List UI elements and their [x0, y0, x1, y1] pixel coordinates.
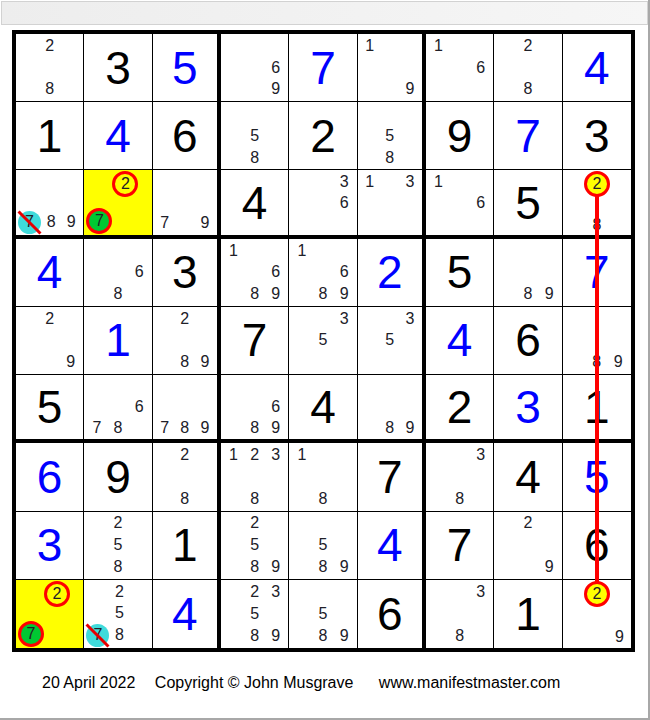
candidate-slot-8: 8: [312, 283, 333, 305]
cell-r7c8[interactable]: 4: [494, 443, 562, 511]
candidate-slot-7: 7: [86, 208, 112, 234]
candidate-slot-5: 5: [312, 603, 333, 625]
candidate-grid: 678: [86, 376, 149, 438]
candidate-slot-4: [86, 534, 107, 556]
candidate-slot-1: [86, 171, 112, 197]
cell-r9c7[interactable]: 38: [426, 580, 494, 648]
cell-r8c7[interactable]: 7: [426, 512, 494, 580]
cell-r8c3[interactable]: 1: [153, 512, 221, 580]
cell-r6c7[interactable]: 2: [426, 375, 494, 443]
cell-r3c8[interactable]: 5: [494, 170, 562, 238]
cell-r1c5[interactable]: 7: [289, 34, 357, 102]
candidate-slot-8: [44, 621, 70, 647]
candidate-slot-7: [223, 556, 244, 578]
digit-solved: 4: [37, 249, 63, 295]
candidate-2: 2: [250, 515, 259, 531]
cell-r1c1[interactable]: 28: [16, 34, 84, 102]
candidate-slot-9: [334, 488, 355, 510]
candidate-grid: 289: [155, 308, 215, 373]
candidate-slot-4: [291, 330, 312, 352]
candidate-slot-5: 5: [312, 330, 333, 352]
candidate-slot-6: 6: [470, 192, 491, 213]
candidate-slot-1: [496, 513, 517, 535]
candidate-slot-1: [223, 581, 244, 603]
candidate-6: 6: [271, 60, 280, 76]
candidate-slot-5: [449, 57, 470, 79]
cell-r8c6[interactable]: 4: [358, 512, 426, 580]
cell-r2c6[interactable]: 58: [358, 102, 426, 170]
candidate-slot-1: [496, 240, 517, 262]
cell-r3c6[interactable]: 13: [358, 170, 426, 238]
candidate-slot-9: 9: [61, 211, 81, 234]
candidate-slot-4: [360, 57, 380, 79]
cell-r1c4[interactable]: 69: [221, 34, 289, 102]
candidate-slot-1: [86, 240, 107, 262]
candidate-slot-4: [291, 466, 312, 488]
cell-r9c3[interactable]: 4: [153, 580, 221, 648]
candidate-slot-6: [334, 330, 355, 352]
candidate-slot-3: [400, 103, 420, 125]
candidate-slot-2: [244, 240, 265, 262]
candidate-7: 7: [92, 420, 101, 436]
cell-r5c2[interactable]: 1: [84, 307, 152, 375]
cell-r7c7[interactable]: 38: [426, 443, 494, 511]
cell-r8c5[interactable]: 589: [289, 512, 357, 580]
digit-given: 7: [242, 317, 268, 363]
digit-given: 4: [310, 384, 336, 430]
candidate-slot-5: [107, 397, 128, 418]
cell-r1c6[interactable]: 19: [358, 34, 426, 102]
candidate-grid: 28: [18, 35, 81, 100]
cell-r2c4[interactable]: 58: [221, 102, 289, 170]
candidate-9: 9: [271, 81, 280, 97]
candidate-slot-4: [360, 192, 380, 213]
digit-given: 4: [242, 180, 268, 226]
cell-r5c8[interactable]: 6: [494, 307, 562, 375]
candidate-slot-7: 7: [86, 418, 107, 439]
candidate-7-ring-green: 7: [18, 621, 44, 647]
cell-r5c6[interactable]: 35: [358, 307, 426, 375]
candidate-slot-9: [129, 556, 150, 578]
cell-r9c8[interactable]: 1: [494, 580, 562, 648]
cell-r7c5[interactable]: 18: [289, 443, 357, 511]
cell-r6c4[interactable]: 689: [221, 375, 289, 443]
candidate-slot-3: [129, 581, 149, 603]
cell-r4c6[interactable]: 2: [358, 239, 426, 307]
cell-r2c3[interactable]: 6: [153, 102, 221, 170]
candidate-slot-8: [449, 213, 470, 234]
candidate-slot-8: 8: [449, 488, 470, 510]
cell-r1c2[interactable]: 3: [84, 34, 152, 102]
candidate-slot-7: [291, 351, 312, 373]
candidate-slot-3: [129, 240, 150, 262]
digit-solved: 3: [515, 384, 541, 430]
candidate-slot-9: 9: [265, 556, 286, 578]
digit-solved: 7: [515, 113, 541, 159]
candidate-slot-5: 5: [109, 602, 129, 624]
candidate-slot-6: [470, 466, 491, 488]
candidate-slot-1: [428, 581, 449, 603]
candidate-slot-7: 7: [18, 211, 41, 234]
candidate-slot-2: [244, 103, 265, 125]
candidate-slot-8: [380, 213, 400, 234]
candidate-slot-7: [496, 283, 517, 305]
candidate-slot-4: [223, 534, 244, 556]
candidate-slot-5: [312, 261, 333, 283]
candidate-slot-3: [334, 444, 355, 466]
candidate-slot-3: 3: [400, 171, 420, 192]
digit-solved: 4: [172, 591, 198, 637]
cell-r7c6[interactable]: 7: [358, 443, 426, 511]
candidate-slot-5: [244, 466, 265, 488]
candidate-slot-7: [496, 556, 517, 578]
candidate-8: 8: [319, 628, 328, 644]
candidate-5: 5: [114, 537, 123, 553]
candidate-6: 6: [476, 195, 485, 211]
candidate-slot-5: 5: [380, 125, 400, 147]
candidate-slot-2: 2: [244, 513, 265, 535]
candidate-slot-2: [449, 171, 470, 192]
candidate-8: 8: [385, 150, 394, 166]
candidate-9: 9: [340, 286, 349, 302]
candidate-slot-7: [496, 78, 517, 100]
candidate-slot-4: [223, 397, 244, 418]
candidate-slot-2: [312, 171, 333, 192]
candidate-slot-3: [195, 308, 215, 330]
candidate-slot-5: [41, 191, 61, 211]
candidate-slot-4: [428, 57, 449, 79]
candidate-slot-2: [380, 35, 400, 57]
window-top-bar: [1, 1, 648, 25]
candidate-6: 6: [271, 399, 280, 415]
candidate-slot-7: [428, 625, 449, 647]
candidate-slot-1: [565, 581, 584, 607]
candidate-slot-1: [360, 376, 380, 397]
candidate-7-ring-green: 7: [86, 208, 112, 234]
candidate-9: 9: [271, 420, 280, 436]
candidate-slot-9: [400, 351, 420, 373]
candidate-slot-8: [112, 208, 138, 234]
cell-r2c9[interactable]: 3: [563, 102, 631, 170]
cell-r9c5[interactable]: 589: [289, 580, 357, 648]
candidate-slot-7: [428, 213, 449, 234]
cell-r4c5[interactable]: 1689: [289, 239, 357, 307]
cell-r6c8[interactable]: 3: [494, 375, 562, 443]
candidate-slot-2: [312, 240, 333, 262]
candidate-slot-2: [380, 308, 400, 330]
candidate-slot-6: [195, 397, 215, 418]
candidate-grid: 1689: [291, 240, 354, 305]
candidate-slot-3: [265, 376, 286, 397]
candidate-slot-7: [360, 78, 380, 100]
candidate-slot-6: [334, 466, 355, 488]
cell-r6c1[interactable]: 5: [16, 375, 84, 443]
footer-url: www.manifestmaster.com: [379, 674, 560, 691]
cell-r4c4[interactable]: 1689: [221, 239, 289, 307]
cell-r4c1[interactable]: 4: [16, 239, 84, 307]
candidate-2: 2: [524, 38, 533, 54]
digit-given: 3: [584, 113, 610, 159]
cell-r5c5[interactable]: 35: [289, 307, 357, 375]
cell-r7c2[interactable]: 9: [84, 443, 152, 511]
digit-solved: 2: [377, 249, 403, 295]
cell-r2c8[interactable]: 7: [494, 102, 562, 170]
candidate-slot-1: 1: [291, 240, 312, 262]
candidate-slot-6: [470, 603, 491, 625]
candidate-slot-7: [223, 625, 244, 647]
candidate-slot-5: 5: [107, 534, 128, 556]
cell-r7c4[interactable]: 1238: [221, 443, 289, 511]
cell-r8c1[interactable]: 3: [16, 512, 84, 580]
candidate-slot-8: 8: [244, 556, 265, 578]
cell-r3c7[interactable]: 16: [426, 170, 494, 238]
cell-r9c2[interactable]: 2578: [84, 580, 152, 648]
cell-r9c9[interactable]: 29: [563, 580, 631, 648]
candidate-2-ring: 2: [44, 581, 70, 607]
cell-r1c9[interactable]: 4: [563, 34, 631, 102]
candidate-grid: 29: [18, 308, 81, 373]
candidate-grid: 35: [360, 308, 420, 373]
candidate-6: 6: [476, 60, 485, 76]
candidate-slot-5: [449, 466, 470, 488]
candidate-9: 9: [340, 628, 349, 644]
cell-r5c3[interactable]: 289: [153, 307, 221, 375]
cell-r8c2[interactable]: 258: [84, 512, 152, 580]
candidate-slot-9: 9: [265, 283, 286, 305]
cell-r3c1[interactable]: 789: [16, 170, 84, 238]
cell-r4c8[interactable]: 89: [494, 239, 562, 307]
digit-given: 9: [105, 454, 131, 500]
candidate-slot-4: [496, 534, 517, 556]
candidate-slot-3: [265, 35, 286, 57]
candidate-slot-2: 2: [39, 308, 60, 330]
candidate-slot-6: 6: [265, 261, 286, 283]
candidate-slot-4: [565, 607, 584, 627]
candidate-9: 9: [271, 559, 280, 575]
candidate-slot-8: [584, 627, 610, 647]
candidate-slot-9: [334, 213, 355, 234]
candidate-slot-2: [175, 376, 195, 397]
cell-r3c4[interactable]: 4: [221, 170, 289, 238]
candidate-slot-9: [129, 624, 149, 647]
candidate-slot-2: 2: [517, 35, 538, 57]
candidate-grid: 1238: [223, 444, 286, 509]
digit-given: 5: [447, 249, 473, 295]
cell-r1c7[interactable]: 16: [426, 34, 494, 102]
cell-r3c2[interactable]: 27: [84, 170, 152, 238]
candidate-slot-1: [565, 171, 584, 197]
candidate-grid: 58: [360, 103, 420, 168]
candidate-2-ring: 2: [584, 171, 610, 197]
cell-r5c4[interactable]: 7: [221, 307, 289, 375]
cell-r7c3[interactable]: 28: [153, 443, 221, 511]
candidate-slot-5: 5: [380, 330, 400, 352]
cell-r6c5[interactable]: 4: [289, 375, 357, 443]
candidate-slot-5: [175, 330, 195, 352]
candidate-slot-1: [18, 171, 41, 191]
candidate-slot-9: 9: [265, 78, 286, 100]
cell-r2c5[interactable]: 2: [289, 102, 357, 170]
candidate-slot-7: [223, 147, 244, 169]
candidate-slot-2: 2: [517, 513, 538, 535]
candidate-slot-6: [60, 57, 81, 79]
candidate-slot-9: [138, 208, 149, 234]
candidate-slot-9: 9: [195, 418, 215, 439]
candidate-slot-8: 8: [175, 418, 195, 439]
candidate-1: 1: [229, 447, 238, 463]
cell-r2c1[interactable]: 1: [16, 102, 84, 170]
candidate-2: 2: [45, 311, 54, 327]
cell-r6c6[interactable]: 89: [358, 375, 426, 443]
digit-solved: 4: [377, 522, 403, 568]
candidate-slot-2: [244, 35, 265, 57]
candidate-slot-3: [195, 171, 215, 192]
candidate-8: 8: [180, 354, 189, 370]
candidate-grid: 589: [291, 581, 354, 647]
candidate-slot-5: [175, 466, 195, 488]
candidate-slot-6: 6: [334, 261, 355, 283]
candidate-slot-7: [428, 78, 449, 100]
candidate-slot-7: [360, 213, 380, 234]
candidate-9: 9: [615, 629, 624, 645]
candidate-slot-6: 6: [265, 57, 286, 79]
sudoku-board: 2835697191628414658258973789277943613165…: [12, 30, 635, 652]
cell-r4c7[interactable]: 5: [426, 239, 494, 307]
candidate-grid: 69: [223, 35, 286, 100]
candidate-grid: 38: [428, 444, 491, 509]
candidate-slot-5: [380, 57, 400, 79]
candidate-slot-1: 1: [360, 171, 380, 192]
candidate-slot-7: [155, 488, 175, 510]
cell-r2c2[interactable]: 4: [84, 102, 152, 170]
candidate-slot-5: [312, 466, 333, 488]
candidate-slot-9: [195, 488, 215, 510]
digit-solved: 1: [105, 317, 131, 363]
candidate-slot-6: [400, 330, 420, 352]
candidate-slot-9: [265, 488, 286, 510]
candidate-grid: 2589: [223, 513, 286, 578]
cell-r9c4[interactable]: 23589: [221, 580, 289, 648]
candidate-slot-3: [334, 581, 355, 603]
digit-given: 1: [515, 591, 541, 637]
candidate-slot-3: [265, 103, 286, 125]
candidate-grid: 28: [155, 444, 215, 509]
candidate-slot-5: [39, 57, 60, 79]
candidate-slot-5: [244, 397, 265, 418]
candidate-slot-8: 8: [244, 283, 265, 305]
cell-r4c3[interactable]: 3: [153, 239, 221, 307]
candidate-slot-4: [291, 603, 312, 625]
candidate-slot-2: [380, 103, 400, 125]
candidate-slot-6: [265, 603, 286, 625]
candidate-slot-4: [155, 330, 175, 352]
candidate-slot-6: [195, 466, 215, 488]
candidate-slot-4: [291, 534, 312, 556]
candidate-9: 9: [405, 81, 414, 97]
cell-r3c5[interactable]: 36: [289, 170, 357, 238]
candidate-slot-2: 2: [584, 171, 610, 197]
candidate-slot-3: [470, 171, 491, 192]
candidate-7: 7: [160, 420, 169, 436]
candidate-slot-8: 8: [380, 418, 400, 439]
candidate-slot-4: [223, 125, 244, 147]
candidate-slot-9: [129, 418, 150, 439]
candidate-slot-9: [539, 78, 560, 100]
candidate-slot-2: [517, 240, 538, 262]
candidate-slot-9: 9: [265, 625, 286, 647]
cell-r5c7[interactable]: 4: [426, 307, 494, 375]
candidate-slot-4: [18, 330, 39, 352]
candidate-slot-7: [291, 625, 312, 647]
candidate-slot-4: [155, 466, 175, 488]
candidate-slot-6: [610, 607, 629, 627]
candidate-slot-4: [18, 607, 44, 621]
cell-r3c3[interactable]: 79: [153, 170, 221, 238]
candidate-8: 8: [319, 559, 328, 575]
cell-r8c4[interactable]: 2589: [221, 512, 289, 580]
candidate-grid: 258: [86, 513, 149, 578]
candidate-slot-1: [223, 513, 244, 535]
candidate-slot-8: [312, 351, 333, 373]
candidate-slot-6: [265, 534, 286, 556]
candidate-slot-6: [195, 192, 215, 213]
candidate-9: 9: [271, 286, 280, 302]
cell-r4c2[interactable]: 68: [84, 239, 152, 307]
candidate-slot-9: [400, 213, 420, 234]
candidate-grid: 689: [223, 376, 286, 438]
candidate-slot-7: [223, 78, 244, 100]
candidate-slot-1: [565, 308, 586, 330]
cell-r2c7[interactable]: 9: [426, 102, 494, 170]
candidate-slot-9: [470, 78, 491, 100]
cell-r9c6[interactable]: 6: [358, 580, 426, 648]
cell-r1c8[interactable]: 28: [494, 34, 562, 102]
candidate-slot-3: [265, 240, 286, 262]
candidate-slot-8: 8: [41, 211, 61, 234]
candidate-slot-1: [155, 444, 175, 466]
candidate-slot-4: [291, 192, 312, 213]
candidate-slot-4: [223, 261, 244, 283]
digit-given: 5: [37, 384, 63, 430]
candidate-slot-4: [428, 466, 449, 488]
candidate-slot-5: [175, 397, 195, 418]
cell-r8c8[interactable]: 29: [494, 512, 562, 580]
candidate-grid: 58: [223, 103, 286, 168]
candidate-slot-2: [380, 171, 400, 192]
candidate-grid: 68: [86, 240, 149, 305]
candidate-slot-7: [291, 283, 312, 305]
candidate-2: 2: [250, 584, 259, 600]
candidate-slot-1: [223, 35, 244, 57]
cell-r1c3[interactable]: 5: [153, 34, 221, 102]
candidate-slot-2: [312, 581, 333, 603]
candidate-8: 8: [250, 559, 259, 575]
candidate-slot-7: [360, 418, 380, 439]
candidate-slot-2: 2: [175, 308, 195, 330]
cell-r7c1[interactable]: 6: [16, 443, 84, 511]
cell-r6c2[interactable]: 678: [84, 375, 152, 443]
candidate-slot-7: [223, 283, 244, 305]
cell-r6c3[interactable]: 789: [153, 375, 221, 443]
candidate-slot-5: [244, 261, 265, 283]
candidate-slot-1: 1: [428, 171, 449, 192]
cell-r9c1[interactable]: 27: [16, 580, 84, 648]
candidate-slot-2: 2: [244, 444, 265, 466]
candidate-slot-3: [470, 35, 491, 57]
cell-r5c1[interactable]: 29: [16, 307, 84, 375]
candidate-1: 1: [229, 243, 238, 259]
candidate-slot-2: [41, 171, 61, 191]
